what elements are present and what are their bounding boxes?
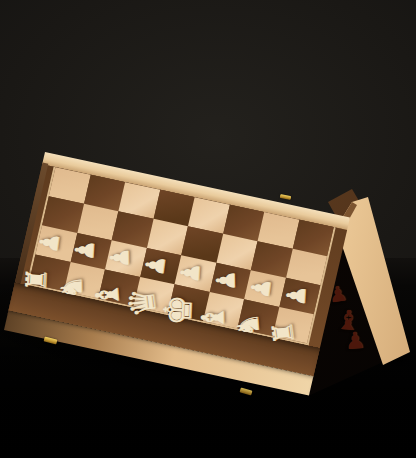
dark-pawn-piece: ♟: [344, 329, 366, 353]
board-square: [272, 307, 313, 344]
chess-set-scene: ♟♝♟ ♟♟♟♟♟♟♟♟♜♞♝♛♚♝♞♜: [0, 0, 416, 458]
chessboard-panel: ♟♟♟♟♟♟♟♟♜♞♝♛♚♝♞♜: [4, 152, 350, 396]
product-photo: ♟♝♟ ♟♟♟♟♟♟♟♟♜♞♝♛♚♝♞♜ ♟♝♟: [0, 0, 416, 458]
brass-latch: [240, 387, 253, 395]
brass-hinge: [280, 194, 292, 200]
